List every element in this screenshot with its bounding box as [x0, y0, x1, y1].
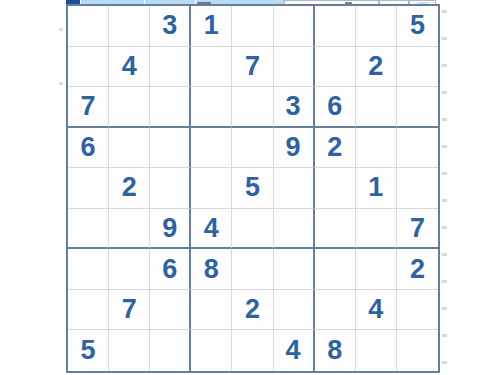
cell-r3c1[interactable]: 7 — [68, 87, 109, 128]
cell-r1c2[interactable] — [109, 6, 150, 47]
sudoku-board: 315472736692251947682724548 — [66, 4, 440, 373]
cell-r9c9[interactable] — [397, 330, 438, 371]
cell-r4c1[interactable]: 6 — [68, 128, 109, 169]
cell-r1c4[interactable]: 1 — [191, 6, 232, 47]
cell-r3c2[interactable] — [109, 87, 150, 128]
cell-r9c5[interactable] — [232, 330, 273, 371]
cell-r8c9[interactable] — [397, 290, 438, 331]
cell-r6c7[interactable] — [315, 209, 356, 250]
cell-r5c5[interactable]: 5 — [232, 168, 273, 209]
cell-r2c2[interactable]: 4 — [109, 47, 150, 88]
cell-r4c8[interactable] — [356, 128, 397, 169]
cell-r9c1[interactable]: 5 — [68, 330, 109, 371]
cell-r7c4[interactable]: 8 — [191, 249, 232, 290]
cell-r5c1[interactable] — [68, 168, 109, 209]
cell-r4c7[interactable]: 2 — [315, 128, 356, 169]
cell-r7c5[interactable] — [232, 249, 273, 290]
cell-r4c4[interactable] — [191, 128, 232, 169]
cell-r9c4[interactable] — [191, 330, 232, 371]
cell-r3c7[interactable]: 6 — [315, 87, 356, 128]
cell-r7c9[interactable]: 2 — [397, 249, 438, 290]
cell-r8c2[interactable]: 7 — [109, 290, 150, 331]
cell-r4c6[interactable]: 9 — [274, 128, 315, 169]
cell-r8c7[interactable] — [315, 290, 356, 331]
cell-r4c2[interactable] — [109, 128, 150, 169]
grid-edge-handle-marks — [442, 10, 447, 368]
cell-r6c9[interactable]: 7 — [397, 209, 438, 250]
cell-r4c9[interactable] — [397, 128, 438, 169]
cell-r1c5[interactable] — [232, 6, 273, 47]
cell-r5c7[interactable] — [315, 168, 356, 209]
cell-r3c4[interactable] — [191, 87, 232, 128]
cell-r4c5[interactable] — [232, 128, 273, 169]
cell-r8c3[interactable] — [150, 290, 191, 331]
cell-r4c3[interactable] — [150, 128, 191, 169]
cell-r2c4[interactable] — [191, 47, 232, 88]
cell-r6c2[interactable] — [109, 209, 150, 250]
cell-r2c7[interactable] — [315, 47, 356, 88]
cell-r5c3[interactable] — [150, 168, 191, 209]
cell-r1c1[interactable] — [68, 6, 109, 47]
cell-r9c7[interactable]: 8 — [315, 330, 356, 371]
cell-r8c4[interactable] — [191, 290, 232, 331]
cell-r7c2[interactable] — [109, 249, 150, 290]
cell-r2c9[interactable] — [397, 47, 438, 88]
cell-r3c8[interactable] — [356, 87, 397, 128]
cell-r6c4[interactable]: 4 — [191, 209, 232, 250]
cell-r2c1[interactable] — [68, 47, 109, 88]
cell-r6c6[interactable] — [274, 209, 315, 250]
cell-r7c7[interactable] — [315, 249, 356, 290]
cell-r1c3[interactable]: 3 — [150, 6, 191, 47]
grid-edge-handle-marks — [59, 28, 63, 90]
cell-r8c6[interactable] — [274, 290, 315, 331]
cell-r5c4[interactable] — [191, 168, 232, 209]
cell-r6c3[interactable]: 9 — [150, 209, 191, 250]
cell-r1c7[interactable] — [315, 6, 356, 47]
cell-r2c3[interactable] — [150, 47, 191, 88]
cell-r1c6[interactable] — [274, 6, 315, 47]
cell-r6c1[interactable] — [68, 209, 109, 250]
cell-r8c8[interactable]: 4 — [356, 290, 397, 331]
cell-r2c8[interactable]: 2 — [356, 47, 397, 88]
cell-r8c5[interactable]: 2 — [232, 290, 273, 331]
cell-r8c1[interactable] — [68, 290, 109, 331]
cell-r5c2[interactable]: 2 — [109, 168, 150, 209]
cell-r5c6[interactable] — [274, 168, 315, 209]
cell-r1c8[interactable] — [356, 6, 397, 47]
cell-r3c3[interactable] — [150, 87, 191, 128]
cell-r2c5[interactable]: 7 — [232, 47, 273, 88]
cell-r5c9[interactable] — [397, 168, 438, 209]
cell-r2c6[interactable] — [274, 47, 315, 88]
cell-r1c9[interactable]: 5 — [397, 6, 438, 47]
cell-r9c2[interactable] — [109, 330, 150, 371]
cell-r3c9[interactable] — [397, 87, 438, 128]
cell-r7c6[interactable] — [274, 249, 315, 290]
cell-r9c6[interactable]: 4 — [274, 330, 315, 371]
cell-r6c8[interactable] — [356, 209, 397, 250]
cell-r3c5[interactable] — [232, 87, 273, 128]
cell-r3c6[interactable]: 3 — [274, 87, 315, 128]
cell-r7c8[interactable] — [356, 249, 397, 290]
cell-r5c8[interactable]: 1 — [356, 168, 397, 209]
cell-r6c5[interactable] — [232, 209, 273, 250]
cell-r9c8[interactable] — [356, 330, 397, 371]
cell-r7c1[interactable] — [68, 249, 109, 290]
cell-r7c3[interactable]: 6 — [150, 249, 191, 290]
cell-r9c3[interactable] — [150, 330, 191, 371]
